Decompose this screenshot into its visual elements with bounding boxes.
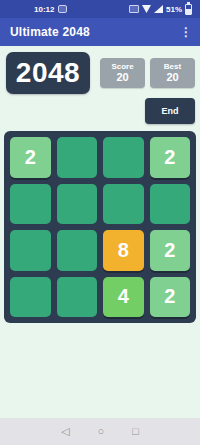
- overflow-menu-icon[interactable]: ⋮: [178, 25, 194, 39]
- board-cell-empty: [103, 137, 144, 178]
- score-label: Score: [111, 62, 133, 71]
- board-cell-empty: [57, 230, 98, 271]
- board-cell-empty: [57, 137, 98, 178]
- app-bar: Ultimate 2048 ⋮: [0, 18, 200, 46]
- battery-icon: [185, 4, 192, 15]
- home-icon[interactable]: ○: [98, 426, 105, 437]
- best-badge: Best 20: [150, 58, 195, 88]
- board-cell-empty: [10, 230, 51, 271]
- board-cell-empty: [10, 277, 51, 318]
- back-icon[interactable]: ◁: [61, 426, 69, 437]
- board-cell-empty: [150, 184, 191, 225]
- board[interactable]: 228242: [4, 131, 196, 323]
- tile-2: 2: [150, 277, 191, 318]
- recents-icon[interactable]: □: [132, 426, 139, 437]
- tile-4: 4: [103, 277, 144, 318]
- battery-percent: 51%: [166, 5, 182, 14]
- navigation-bar: ◁ ○ □: [0, 418, 200, 445]
- status-bar: 10:12 51%: [0, 0, 200, 18]
- end-button[interactable]: End: [145, 98, 195, 124]
- board-cell-empty: [103, 184, 144, 225]
- best-value: 20: [166, 71, 178, 84]
- clock: 10:12: [34, 5, 54, 14]
- score-badge: Score 20: [100, 58, 145, 88]
- network-box-icon: [129, 5, 139, 13]
- app-title: Ultimate 2048: [10, 25, 90, 39]
- game-logo: 2048: [6, 52, 90, 94]
- wifi-icon: [142, 5, 151, 13]
- notification-icon: [58, 5, 67, 13]
- best-label: Best: [164, 62, 181, 71]
- board-cell-empty: [10, 184, 51, 225]
- tile-2: 2: [150, 230, 191, 271]
- board-cell-empty: [57, 184, 98, 225]
- phone-screen: 10:12 51% Ultimate 2048 ⋮ 2048 Score 20 …: [0, 0, 200, 445]
- tile-8: 8: [103, 230, 144, 271]
- signal-icon: [154, 5, 163, 13]
- tile-2: 2: [10, 137, 51, 178]
- tile-2: 2: [150, 137, 191, 178]
- score-value: 20: [116, 71, 128, 84]
- board-cell-empty: [57, 277, 98, 318]
